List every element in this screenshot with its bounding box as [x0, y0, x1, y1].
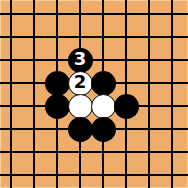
grid-line-vertical: [33, 0, 35, 188]
white-stone: [68, 94, 93, 119]
go-board: 32: [0, 0, 188, 188]
black-stone: 3: [68, 48, 93, 73]
move-number-label: 3: [74, 50, 87, 68]
white-stone: 2: [68, 71, 93, 96]
grid-line-vertical: [148, 0, 150, 188]
grid-line-vertical: [171, 0, 173, 188]
grid-line-horizontal: [0, 59, 188, 61]
grid-line-horizontal: [0, 36, 188, 38]
black-stone: [68, 117, 93, 142]
black-stone: [114, 94, 139, 119]
grid-line-horizontal: [0, 174, 188, 176]
white-stone: [91, 94, 116, 119]
black-stone: [45, 94, 70, 119]
grid-line-horizontal: [0, 13, 188, 15]
black-stone: [45, 71, 70, 96]
black-stone: [91, 117, 116, 142]
grid-line-horizontal: [0, 151, 188, 153]
move-number-label: 2: [74, 73, 87, 91]
grid-line-vertical: [10, 0, 12, 188]
black-stone: [91, 71, 116, 96]
